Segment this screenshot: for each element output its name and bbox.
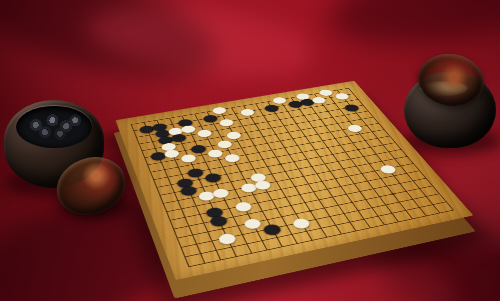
- board-cell[interactable]: [429, 188, 449, 199]
- board-cell[interactable]: [151, 190, 169, 201]
- board-cell[interactable]: [397, 168, 416, 178]
- board-cell[interactable]: [312, 176, 331, 186]
- board-cell[interactable]: [155, 165, 172, 175]
- board-cell[interactable]: [376, 181, 395, 191]
- board-cell[interactable]: [165, 187, 183, 198]
- bowl-stones-black: [16, 106, 92, 148]
- board-cell[interactable]: [231, 167, 249, 177]
- board-cell[interactable]: [388, 216, 409, 228]
- board-cell[interactable]: [281, 200, 300, 211]
- board-cell[interactable]: [280, 174, 298, 184]
- board-cell[interactable]: [307, 169, 325, 179]
- board-cell[interactable]: [357, 176, 376, 186]
- board-cell[interactable]: [325, 219, 345, 231]
- board-cell[interactable]: [267, 203, 286, 214]
- board-cell[interactable]: [301, 234, 321, 246]
- board-cell[interactable]: [200, 164, 217, 174]
- board-cell[interactable]: [285, 181, 304, 191]
- board-cell[interactable]: [415, 210, 436, 221]
- board-cell[interactable]: [190, 209, 209, 220]
- black-stone[interactable]: ●: [260, 222, 282, 235]
- board-cell[interactable]: ●: [204, 172, 222, 182]
- board-cell[interactable]: [384, 171, 403, 181]
- board-cell[interactable]: [190, 247, 210, 260]
- board-cell[interactable]: [382, 189, 402, 200]
- board-cell[interactable]: [339, 216, 359, 228]
- board-cell[interactable]: [342, 197, 362, 208]
- board-cell[interactable]: [248, 197, 267, 208]
- board-cell[interactable]: [403, 158, 422, 168]
- board-cell[interactable]: [401, 213, 422, 225]
- board-cell[interactable]: ●: [186, 167, 203, 177]
- board-cell[interactable]: [309, 194, 328, 205]
- board-cell[interactable]: [179, 220, 198, 232]
- board-cell[interactable]: [299, 179, 318, 189]
- board-cell[interactable]: [409, 166, 428, 176]
- white-stone-bowl: [404, 56, 496, 148]
- board-cell[interactable]: ●: [211, 187, 229, 198]
- board-cell[interactable]: [314, 202, 334, 213]
- board-cell[interactable]: [147, 182, 164, 192]
- board-cell[interactable]: [403, 176, 422, 186]
- board-cell[interactable]: [331, 181, 350, 191]
- board-cell[interactable]: ●: [176, 177, 194, 187]
- board-cell[interactable]: [369, 191, 389, 202]
- board-cell[interactable]: ●: [179, 184, 197, 195]
- board-cell[interactable]: [271, 211, 290, 223]
- board-cell[interactable]: [416, 173, 435, 183]
- board-cell[interactable]: [442, 204, 463, 215]
- board-cell[interactable]: ●: [217, 232, 237, 244]
- board-cell[interactable]: [281, 228, 301, 240]
- black-stone[interactable]: ●: [174, 177, 194, 188]
- board-cell[interactable]: [219, 203, 238, 214]
- board-cell[interactable]: [367, 210, 387, 221]
- board-cell[interactable]: [331, 228, 351, 240]
- board-cell[interactable]: [174, 250, 194, 263]
- board-cell[interactable]: [236, 237, 256, 250]
- board-cell[interactable]: [390, 178, 409, 188]
- board-cell[interactable]: [247, 225, 267, 237]
- board-cell[interactable]: [333, 208, 353, 219]
- board-cell[interactable]: [162, 179, 180, 189]
- board-cell[interactable]: [157, 206, 175, 217]
- velvet-fold: [326, 0, 500, 55]
- white-stone[interactable]: ●: [252, 179, 273, 190]
- board-cell[interactable]: [267, 176, 285, 186]
- white-stone[interactable]: ●: [196, 189, 217, 200]
- board-cell[interactable]: [310, 222, 330, 234]
- board-cell[interactable]: [238, 208, 257, 219]
- black-stone[interactable]: ●: [207, 214, 229, 226]
- board-cell[interactable]: [322, 191, 341, 202]
- board-cell[interactable]: [215, 195, 233, 206]
- board-cell[interactable]: [194, 257, 214, 270]
- board-cell[interactable]: [328, 199, 348, 210]
- board-cell[interactable]: [221, 241, 241, 254]
- board-cell[interactable]: [422, 181, 442, 191]
- star-point: [197, 178, 201, 180]
- star-point: [220, 227, 224, 230]
- board-cell[interactable]: ●: [197, 190, 215, 201]
- board-cell[interactable]: [229, 192, 247, 203]
- board-cell[interactable]: [257, 187, 276, 198]
- star-point: [356, 148, 360, 150]
- board-cell[interactable]: [182, 229, 201, 241]
- board-cell[interactable]: [395, 205, 415, 216]
- board-cell[interactable]: [210, 253, 230, 266]
- board-cell[interactable]: [345, 225, 366, 237]
- black-stone[interactable]: ●: [203, 205, 224, 217]
- board-cell[interactable]: [262, 194, 281, 205]
- board-cell[interactable]: [295, 197, 314, 208]
- board-cell[interactable]: [186, 238, 205, 251]
- board-cell[interactable]: [363, 183, 382, 194]
- board-cell[interactable]: [202, 235, 222, 247]
- board-cell[interactable]: [373, 219, 394, 231]
- board-cell[interactable]: [304, 186, 323, 197]
- board-cell[interactable]: [207, 179, 225, 189]
- board-cell[interactable]: [290, 189, 309, 200]
- board-cell[interactable]: [154, 198, 172, 209]
- board-cell[interactable]: ●: [239, 182, 257, 192]
- board-cell[interactable]: [164, 223, 183, 235]
- board-cell[interactable]: [271, 240, 291, 253]
- black-stone[interactable]: ●: [178, 184, 198, 195]
- board-cell[interactable]: [266, 231, 286, 243]
- board-cell[interactable]: [172, 169, 189, 179]
- white-stone[interactable]: ●: [238, 181, 259, 192]
- board-cell[interactable]: ●: [233, 200, 252, 211]
- board-cell[interactable]: [172, 203, 190, 214]
- board-cell[interactable]: [402, 194, 422, 205]
- white-stone[interactable]: ●: [241, 216, 263, 228]
- board-cell[interactable]: [365, 166, 384, 176]
- black-stone[interactable]: ●: [185, 167, 205, 177]
- board-cell[interactable]: [178, 260, 198, 273]
- board-cell[interactable]: [347, 205, 367, 216]
- board-cell[interactable]: [190, 174, 208, 184]
- board-cell[interactable]: [344, 178, 363, 188]
- board-cell[interactable]: [333, 164, 351, 174]
- board-cell[interactable]: [336, 189, 355, 200]
- board-cell[interactable]: [396, 186, 416, 197]
- board-cell[interactable]: [300, 205, 319, 216]
- board-cell[interactable]: [171, 241, 190, 254]
- board-cell[interactable]: [193, 182, 211, 192]
- white-stone[interactable]: ●: [247, 171, 268, 182]
- star-point: [253, 123, 257, 125]
- board-cell[interactable]: [227, 220, 246, 232]
- board-cell[interactable]: [252, 205, 271, 216]
- board-cell[interactable]: [213, 223, 232, 235]
- board-cell[interactable]: [350, 186, 369, 197]
- white-stone[interactable]: ●: [215, 231, 237, 244]
- white-stone[interactable]: ●: [377, 163, 398, 173]
- board-cell[interactable]: [183, 192, 201, 203]
- board-cell[interactable]: [409, 183, 429, 194]
- board-cell[interactable]: [223, 211, 242, 223]
- board-cell[interactable]: [415, 191, 435, 202]
- board-cell[interactable]: [319, 211, 339, 223]
- board-cell[interactable]: [276, 219, 296, 231]
- board-cell[interactable]: [355, 194, 375, 205]
- board-cell[interactable]: [241, 247, 261, 260]
- board-cell[interactable]: [160, 214, 179, 226]
- board-cell[interactable]: [262, 169, 280, 179]
- board-cell[interactable]: [198, 226, 217, 238]
- board-cell[interactable]: [422, 199, 442, 210]
- board-cell[interactable]: [144, 174, 161, 184]
- board-cell[interactable]: [221, 177, 239, 187]
- board-cell[interactable]: [243, 189, 261, 200]
- board-cell[interactable]: [194, 217, 213, 229]
- scene: ●●●●●●●●●●●●●●●●●●●●●●●●●●●●●●●●●●●●●●●●…: [0, 0, 500, 301]
- board-cell[interactable]: [317, 184, 336, 195]
- board-cell[interactable]: [316, 231, 336, 243]
- board-cell[interactable]: [175, 211, 194, 223]
- board-cell[interactable]: ●: [262, 222, 282, 234]
- board-cell[interactable]: [339, 171, 358, 181]
- board-cell[interactable]: [256, 243, 276, 256]
- board-cell[interactable]: [296, 225, 316, 237]
- board-cell[interactable]: [352, 168, 371, 178]
- board-cell[interactable]: ●: [378, 163, 397, 173]
- board-cell[interactable]: [235, 174, 253, 184]
- board-cell[interactable]: [409, 202, 429, 213]
- board-cell[interactable]: [271, 184, 290, 195]
- board-cell[interactable]: [353, 213, 373, 225]
- board-cell[interactable]: [435, 196, 455, 207]
- board-cell[interactable]: [201, 197, 219, 208]
- white-stone[interactable]: ●: [232, 200, 253, 212]
- white-stone[interactable]: ●: [289, 216, 311, 228]
- board-cell[interactable]: [381, 207, 401, 218]
- black-stone[interactable]: ●: [202, 171, 222, 182]
- board-cell[interactable]: [276, 166, 294, 176]
- board-cell[interactable]: [142, 167, 159, 177]
- board-cell[interactable]: ●: [291, 216, 311, 228]
- board-cell[interactable]: [320, 166, 338, 176]
- board-cell[interactable]: [225, 250, 245, 263]
- white-stone[interactable]: ●: [210, 187, 231, 198]
- board-cell[interactable]: [251, 234, 271, 246]
- velvet-sheen: [82, 0, 318, 88]
- board-cell[interactable]: [359, 222, 380, 234]
- star-point: [390, 193, 394, 195]
- board-cell[interactable]: [186, 200, 204, 211]
- board-cell[interactable]: ●: [242, 217, 261, 229]
- board-cell[interactable]: [389, 196, 409, 207]
- board-cell[interactable]: [325, 173, 344, 183]
- board-cell[interactable]: [167, 232, 186, 244]
- board-cell[interactable]: [168, 195, 186, 206]
- board-cell[interactable]: [244, 164, 262, 174]
- board-cell[interactable]: [257, 214, 276, 226]
- board-cell[interactable]: [276, 192, 295, 203]
- board-cell[interactable]: [225, 184, 243, 195]
- board-cell[interactable]: [159, 172, 176, 182]
- board-cell[interactable]: ●: [249, 171, 267, 181]
- star-point: [278, 163, 282, 165]
- board-cell[interactable]: ●: [205, 206, 224, 217]
- board-cell[interactable]: [217, 169, 235, 179]
- board-cell[interactable]: [371, 173, 390, 183]
- board-cell[interactable]: [286, 237, 306, 250]
- board-cell[interactable]: [294, 171, 312, 181]
- board-cell[interactable]: [289, 164, 307, 174]
- board-cell[interactable]: ●: [253, 179, 271, 189]
- board-cell[interactable]: [429, 207, 450, 218]
- board-cell[interactable]: [232, 228, 252, 240]
- star-point: [307, 210, 311, 212]
- star-point: [326, 110, 330, 112]
- board-cell[interactable]: [206, 244, 226, 257]
- board-cell[interactable]: [305, 213, 325, 225]
- board-cell[interactable]: [361, 202, 381, 213]
- board-cell[interactable]: ●: [209, 214, 228, 226]
- board-cell[interactable]: [375, 199, 395, 210]
- board-cell[interactable]: [286, 208, 305, 219]
